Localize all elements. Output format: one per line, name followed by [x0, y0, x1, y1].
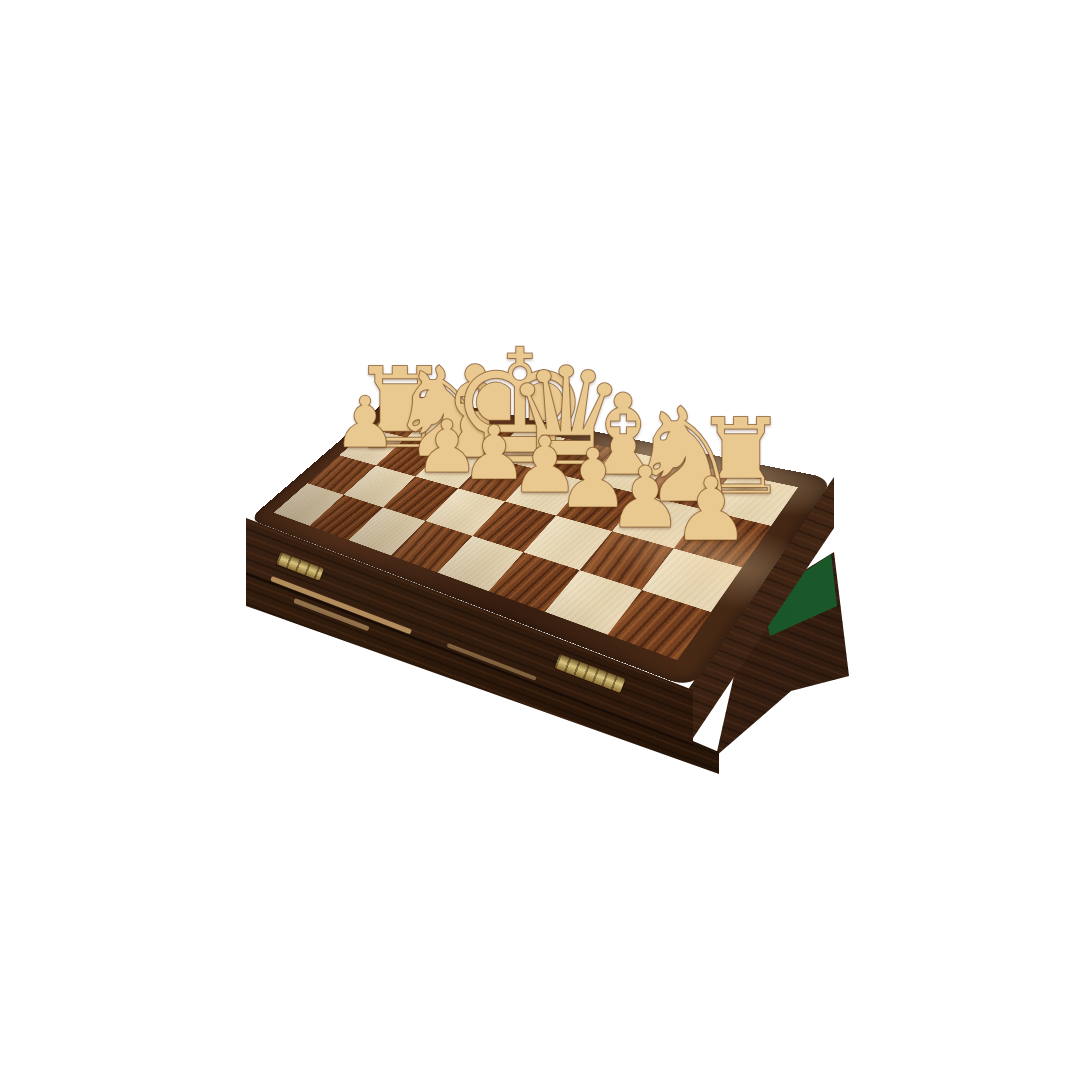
piece-white-P-f2: ♟: [556, 442, 630, 516]
piece-white-P-h2: ♟: [672, 469, 751, 548]
piece-white-R-a1: ♜: [350, 359, 450, 460]
piece-white-P-a2: ♟: [333, 391, 397, 455]
piece-shadow: [445, 443, 511, 461]
piece-shadow: [695, 530, 734, 540]
piece-shadow: [481, 471, 514, 480]
piece-shadow: [376, 436, 430, 450]
piece-white-Q-e1: ♛: [505, 356, 627, 478]
piece-shadow: [482, 445, 565, 467]
piece-shadow: [719, 481, 770, 495]
piece-white-P-g2: ♟: [607, 460, 683, 537]
piece-white-P-d2: ♟: [460, 419, 527, 487]
piece-white-B-f1: ♝: [573, 386, 673, 487]
piece-shadow: [597, 463, 655, 478]
piece-white-K-d1: ♚: [449, 336, 591, 478]
piece-white-N-b1: ♞: [387, 356, 499, 469]
piece-white-P-e2: ♟: [510, 430, 580, 500]
piece-white-B-c1: ♝: [418, 355, 533, 470]
product-photo-stage: ♜♞♝♚♛♝♞♜♟♟♟♟♟♟♟: [0, 0, 1080, 1080]
piece-shadow: [578, 498, 614, 508]
pieces-layer: ♜♞♝♚♛♝♞♜♟♟♟♟♟♟♟: [0, 0, 1080, 1080]
piece-white-R-h1: ♜: [694, 409, 788, 504]
piece-shadow: [534, 450, 605, 469]
piece-shadow: [352, 439, 384, 447]
piece-white-N-g1: ♞: [626, 397, 743, 515]
piece-shadow: [654, 487, 722, 505]
piece-shadow: [414, 443, 479, 460]
piece-white-P-c2: ♟: [414, 414, 479, 480]
piece-shadow: [629, 518, 667, 528]
piece-shadow: [531, 484, 566, 493]
piece-shadow: [434, 464, 466, 473]
